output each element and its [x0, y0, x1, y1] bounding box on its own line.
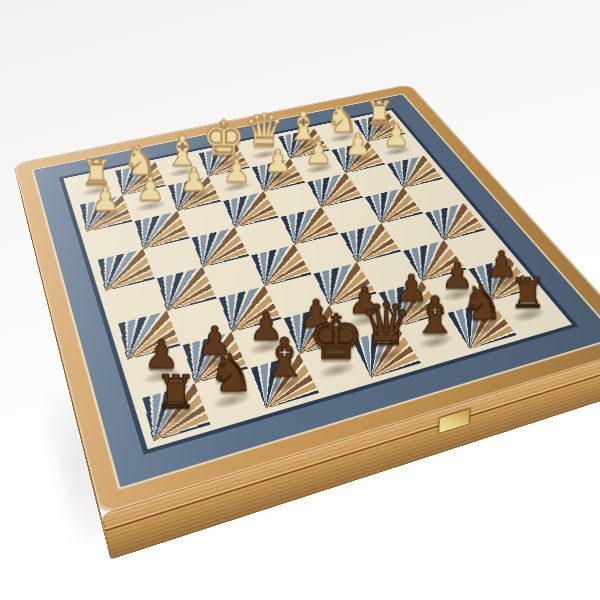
brass-latch [438, 408, 471, 434]
chess-case: ♜♞♝♚♛♝♞♜♟♟♟♟♟♟♟♟♟♟♟♟♟♟♟♟♜♞♝♚♛♝♞♜ [23, 123, 600, 559]
white-pawn-piece: ♟ [91, 184, 120, 215]
white-pawn-piece: ♟ [345, 130, 372, 159]
white-pawn-piece: ♟ [264, 147, 292, 177]
white-pawn-piece: ♟ [180, 165, 209, 195]
board-square [294, 234, 356, 274]
white-pawn-piece: ♟ [136, 174, 165, 205]
black-king-piece: ♚ [308, 309, 364, 368]
black-knight-piece: ♞ [461, 281, 504, 326]
black-rook-piece: ♜ [155, 370, 197, 414]
black-bishop-piece: ♝ [412, 291, 458, 339]
black-knight-piece: ♞ [208, 349, 254, 398]
photo-scene: ♜♞♝♚♛♝♞♜♟♟♟♟♟♟♟♟♟♟♟♟♟♟♟♟♜♞♝♚♛♝♞♜ [0, 0, 600, 600]
white-pawn-piece: ♟ [223, 156, 251, 186]
chess-board: ♜♞♝♚♛♝♞♜♟♟♟♟♟♟♟♟♟♟♟♟♟♟♟♟♜♞♝♚♛♝♞♜ [70, 114, 562, 442]
black-bishop-piece: ♝ [260, 332, 308, 383]
black-rook-piece: ♜ [509, 274, 546, 313]
board-border-band: ♜♞♝♚♛♝♞♜♟♟♟♟♟♟♟♟♟♟♟♟♟♟♟♟♜♞♝♚♛♝♞♜ [31, 93, 600, 490]
white-pawn-piece: ♟ [383, 122, 410, 151]
white-pawn-piece: ♟ [305, 138, 333, 167]
black-queen-piece: ♛ [360, 298, 413, 354]
